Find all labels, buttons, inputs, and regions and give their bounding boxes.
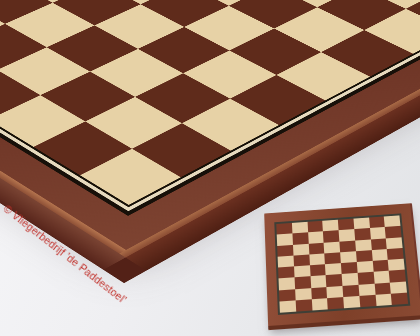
board-square [295,299,312,312]
product-photo: © Vliegerbedrijf 'de Paddestoel' [0,0,420,336]
board-square [359,295,376,308]
main-playing-field [0,0,420,205]
inset-playing-field [274,213,410,315]
board-square [327,297,344,310]
board-square [311,298,328,311]
board-square [279,300,295,313]
inset-photo [264,203,420,330]
board-square [343,296,360,309]
board-square [375,293,392,306]
board-square [391,292,408,305]
